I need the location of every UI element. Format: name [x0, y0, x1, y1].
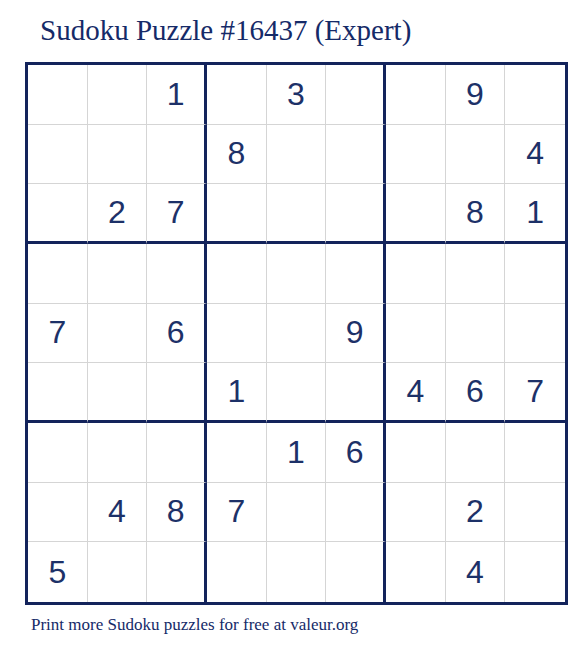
cell-r4c4 — [207, 244, 267, 304]
cell-r1c8: 9 — [446, 65, 506, 125]
cell-r4c3 — [147, 244, 207, 304]
cell-r1c1 — [28, 65, 88, 125]
cell-r7c9 — [505, 423, 565, 483]
cell-r2c6 — [326, 125, 386, 185]
cell-r7c3 — [147, 423, 207, 483]
cell-r8c8: 2 — [446, 483, 506, 543]
cell-r1c6 — [326, 65, 386, 125]
cell-r6c9: 7 — [505, 363, 565, 423]
cell-r2c9: 4 — [505, 125, 565, 185]
cell-r9c1: 5 — [28, 542, 88, 602]
cell-r9c2 — [88, 542, 148, 602]
cell-r4c1 — [28, 244, 88, 304]
sudoku-page: Sudoku Puzzle #16437 (Expert) 1398427817… — [0, 0, 580, 651]
cell-r9c8: 4 — [446, 542, 506, 602]
cell-r4c6 — [326, 244, 386, 304]
cell-r1c3: 1 — [147, 65, 207, 125]
cell-r4c9 — [505, 244, 565, 304]
cell-r2c4: 8 — [207, 125, 267, 185]
cell-r6c3 — [147, 363, 207, 423]
cell-r9c6 — [326, 542, 386, 602]
cell-r8c9 — [505, 483, 565, 543]
cell-r6c1 — [28, 363, 88, 423]
sudoku-board: 139842781769146716487254 — [25, 62, 568, 605]
cell-r2c1 — [28, 125, 88, 185]
cell-r7c7 — [386, 423, 446, 483]
cell-r9c9 — [505, 542, 565, 602]
cell-r6c2 — [88, 363, 148, 423]
cell-r8c7 — [386, 483, 446, 543]
cell-r7c2 — [88, 423, 148, 483]
cell-r2c3 — [147, 125, 207, 185]
cell-r7c1 — [28, 423, 88, 483]
page-title: Sudoku Puzzle #16437 (Expert) — [40, 14, 411, 47]
cell-r8c3: 8 — [147, 483, 207, 543]
cell-r2c7 — [386, 125, 446, 185]
cell-r3c8: 8 — [446, 184, 506, 244]
cell-r3c3: 7 — [147, 184, 207, 244]
cell-r6c8: 6 — [446, 363, 506, 423]
cell-r6c5 — [267, 363, 327, 423]
cell-r1c2 — [88, 65, 148, 125]
cell-r4c5 — [267, 244, 327, 304]
cell-r3c7 — [386, 184, 446, 244]
cell-r5c4 — [207, 304, 267, 364]
cell-r2c5 — [267, 125, 327, 185]
cell-r1c9 — [505, 65, 565, 125]
cell-r5c6: 9 — [326, 304, 386, 364]
cell-r1c5: 3 — [267, 65, 327, 125]
cell-r2c8 — [446, 125, 506, 185]
cell-r4c8 — [446, 244, 506, 304]
cell-r9c3 — [147, 542, 207, 602]
cell-r6c4: 1 — [207, 363, 267, 423]
cell-r4c7 — [386, 244, 446, 304]
cell-r8c6 — [326, 483, 386, 543]
cell-r5c1: 7 — [28, 304, 88, 364]
cell-r7c8 — [446, 423, 506, 483]
cell-r3c6 — [326, 184, 386, 244]
cell-r7c6: 6 — [326, 423, 386, 483]
cell-r8c1 — [28, 483, 88, 543]
cell-r9c4 — [207, 542, 267, 602]
footer-note: Print more Sudoku puzzles for free at va… — [31, 615, 358, 635]
cell-r1c4 — [207, 65, 267, 125]
cell-r4c2 — [88, 244, 148, 304]
cell-r5c3: 6 — [147, 304, 207, 364]
cell-r3c5 — [267, 184, 327, 244]
cell-r1c7 — [386, 65, 446, 125]
cell-r5c8 — [446, 304, 506, 364]
cell-r8c5 — [267, 483, 327, 543]
cell-r2c2 — [88, 125, 148, 185]
cell-r3c1 — [28, 184, 88, 244]
cell-r3c9: 1 — [505, 184, 565, 244]
cell-r6c7: 4 — [386, 363, 446, 423]
cell-r6c6 — [326, 363, 386, 423]
cell-r9c5 — [267, 542, 327, 602]
cell-r5c7 — [386, 304, 446, 364]
cell-r3c2: 2 — [88, 184, 148, 244]
cell-r8c2: 4 — [88, 483, 148, 543]
cell-r8c4: 7 — [207, 483, 267, 543]
cell-r5c9 — [505, 304, 565, 364]
cell-r9c7 — [386, 542, 446, 602]
cell-r5c2 — [88, 304, 148, 364]
cell-r7c4 — [207, 423, 267, 483]
cell-r5c5 — [267, 304, 327, 364]
cell-r7c5: 1 — [267, 423, 327, 483]
cell-r3c4 — [207, 184, 267, 244]
